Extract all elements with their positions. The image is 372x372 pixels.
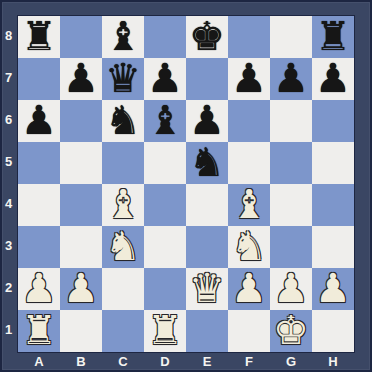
black-pawn: ♟ [189,99,225,141]
square-a2[interactable]: ♟ [18,268,60,310]
square-b8[interactable] [60,16,102,58]
square-a6[interactable]: ♟ [18,100,60,142]
square-a5[interactable] [18,142,60,184]
square-d1[interactable]: ♜ [144,310,186,352]
black-rook: ♜ [315,15,351,57]
black-queen: ♛ [105,57,141,99]
square-d7[interactable]: ♟ [144,58,186,100]
rank-label-7: 7 [0,57,17,99]
rank-label-8: 8 [0,15,17,57]
square-e6[interactable]: ♟ [186,100,228,142]
square-g1[interactable]: ♚ [270,310,312,352]
white-knight: ♞ [105,225,141,267]
square-f6[interactable] [228,100,270,142]
white-pawn: ♟ [231,267,267,309]
white-king: ♚ [273,309,309,351]
square-a1[interactable]: ♜ [18,310,60,352]
white-queen: ♛ [189,267,225,309]
square-h8[interactable]: ♜ [312,16,354,58]
file-label-f: F [228,353,270,370]
rank-label-5: 5 [0,141,17,183]
square-a7[interactable] [18,58,60,100]
square-g7[interactable]: ♟ [270,58,312,100]
black-king: ♚ [189,15,225,57]
square-a4[interactable] [18,184,60,226]
square-f8[interactable] [228,16,270,58]
black-knight: ♞ [105,99,141,141]
square-d2[interactable] [144,268,186,310]
black-bishop: ♝ [147,99,183,141]
square-b2[interactable]: ♟ [60,268,102,310]
black-pawn: ♟ [147,57,183,99]
square-c3[interactable]: ♞ [102,226,144,268]
square-h3[interactable] [312,226,354,268]
black-pawn: ♟ [315,57,351,99]
file-label-h: H [312,353,354,370]
square-d3[interactable] [144,226,186,268]
rank-label-6: 6 [0,99,17,141]
square-b1[interactable] [60,310,102,352]
square-a8[interactable]: ♜ [18,16,60,58]
square-c5[interactable] [102,142,144,184]
white-knight: ♞ [231,225,267,267]
square-h7[interactable]: ♟ [312,58,354,100]
white-bishop: ♝ [105,183,141,225]
square-e2[interactable]: ♛ [186,268,228,310]
white-rook: ♜ [21,309,57,351]
file-label-e: E [186,353,228,370]
white-pawn: ♟ [21,267,57,309]
white-pawn: ♟ [63,267,99,309]
square-e4[interactable] [186,184,228,226]
square-f5[interactable] [228,142,270,184]
square-f3[interactable]: ♞ [228,226,270,268]
square-b4[interactable] [60,184,102,226]
square-h1[interactable] [312,310,354,352]
square-f4[interactable]: ♝ [228,184,270,226]
square-b5[interactable] [60,142,102,184]
rank-label-2: 2 [0,267,17,309]
square-d5[interactable] [144,142,186,184]
square-a3[interactable] [18,226,60,268]
square-e1[interactable] [186,310,228,352]
square-d4[interactable] [144,184,186,226]
square-g4[interactable] [270,184,312,226]
file-label-d: D [144,353,186,370]
file-label-b: B [60,353,102,370]
square-g3[interactable] [270,226,312,268]
black-pawn: ♟ [63,57,99,99]
file-label-c: C [102,353,144,370]
square-g5[interactable] [270,142,312,184]
chess-diagram: ♜♝♚♜♟♛♟♟♟♟♟♞♝♟♞♝♝♞♞♟♟♛♟♟♟♜♜♚ 87654321 AB… [0,0,372,372]
square-c2[interactable] [102,268,144,310]
square-e7[interactable] [186,58,228,100]
square-f1[interactable] [228,310,270,352]
square-b7[interactable]: ♟ [60,58,102,100]
white-pawn: ♟ [315,267,351,309]
white-pawn: ♟ [273,267,309,309]
rank-label-3: 3 [0,225,17,267]
square-c8[interactable]: ♝ [102,16,144,58]
rank-label-4: 4 [0,183,17,225]
black-rook: ♜ [21,15,57,57]
black-pawn: ♟ [231,57,267,99]
square-d8[interactable] [144,16,186,58]
black-bishop: ♝ [105,15,141,57]
square-g8[interactable] [270,16,312,58]
square-c7[interactable]: ♛ [102,58,144,100]
square-c6[interactable]: ♞ [102,100,144,142]
square-h6[interactable] [312,100,354,142]
rank-label-1: 1 [0,309,17,351]
black-pawn: ♟ [273,57,309,99]
square-h5[interactable] [312,142,354,184]
square-b3[interactable] [60,226,102,268]
chess-board: ♜♝♚♜♟♛♟♟♟♟♟♞♝♟♞♝♝♞♞♟♟♛♟♟♟♜♜♚ [17,15,355,353]
square-d6[interactable]: ♝ [144,100,186,142]
square-e8[interactable]: ♚ [186,16,228,58]
white-bishop: ♝ [231,183,267,225]
file-label-g: G [270,353,312,370]
black-knight: ♞ [189,141,225,183]
square-c4[interactable]: ♝ [102,184,144,226]
black-pawn: ♟ [21,99,57,141]
file-label-a: A [18,353,60,370]
square-f7[interactable]: ♟ [228,58,270,100]
square-e3[interactable] [186,226,228,268]
square-b6[interactable] [60,100,102,142]
square-h4[interactable] [312,184,354,226]
square-g6[interactable] [270,100,312,142]
square-g2[interactable]: ♟ [270,268,312,310]
square-c1[interactable] [102,310,144,352]
square-e5[interactable]: ♞ [186,142,228,184]
square-h2[interactable]: ♟ [312,268,354,310]
square-f2[interactable]: ♟ [228,268,270,310]
white-rook: ♜ [147,309,183,351]
